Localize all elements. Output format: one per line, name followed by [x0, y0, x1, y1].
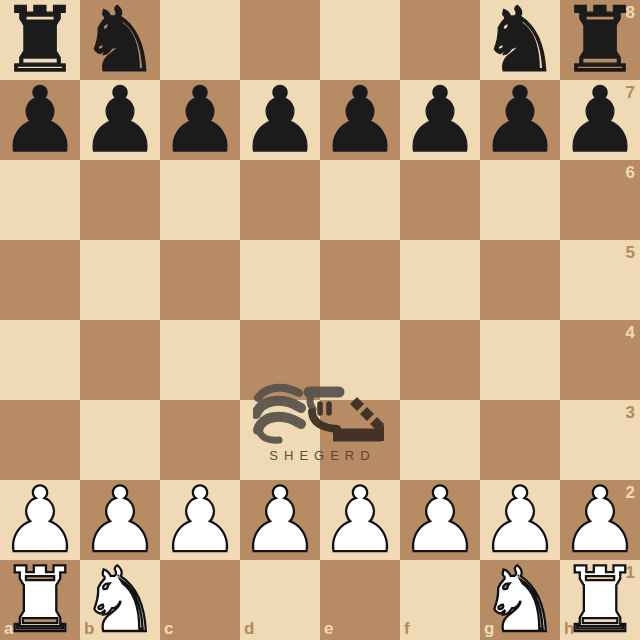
- square-e4[interactable]: [320, 320, 400, 400]
- square-f1[interactable]: f: [400, 560, 480, 640]
- square-d6[interactable]: [240, 160, 320, 240]
- square-f7[interactable]: ♟: [400, 80, 480, 160]
- piece-white-pawn[interactable]: ♟: [160, 480, 241, 560]
- piece-white-rook[interactable]: ♜: [560, 560, 640, 640]
- square-e1[interactable]: e: [320, 560, 400, 640]
- square-g4[interactable]: [480, 320, 560, 400]
- square-c5[interactable]: [160, 240, 240, 320]
- square-d7[interactable]: ♟: [240, 80, 320, 160]
- square-a1[interactable]: ♜a: [0, 560, 80, 640]
- square-e6[interactable]: [320, 160, 400, 240]
- square-b4[interactable]: [80, 320, 160, 400]
- file-label-e: e: [324, 620, 333, 637]
- square-d2[interactable]: ♟: [240, 480, 320, 560]
- chess-app: ♜♞♞♜8♟♟♟♟♟♟♟♟76543♟♟♟♟♟♟♟♟2♜a♞bcdef♞g♜1h…: [0, 0, 640, 640]
- square-c6[interactable]: [160, 160, 240, 240]
- square-a4[interactable]: [0, 320, 80, 400]
- file-label-c: c: [164, 620, 173, 637]
- piece-white-rook[interactable]: ♜: [0, 560, 80, 640]
- square-g7[interactable]: ♟: [480, 80, 560, 160]
- rank-label-3: 3: [626, 404, 635, 421]
- square-h5[interactable]: 5: [560, 240, 640, 320]
- piece-black-pawn[interactable]: ♟: [80, 80, 161, 160]
- square-e7[interactable]: ♟: [320, 80, 400, 160]
- square-c2[interactable]: ♟: [160, 480, 240, 560]
- square-f4[interactable]: [400, 320, 480, 400]
- square-b1[interactable]: ♞b: [80, 560, 160, 640]
- piece-white-knight[interactable]: ♞: [80, 560, 161, 640]
- square-g5[interactable]: [480, 240, 560, 320]
- square-a7[interactable]: ♟: [0, 80, 80, 160]
- piece-black-pawn[interactable]: ♟: [480, 80, 561, 160]
- square-h4[interactable]: 4: [560, 320, 640, 400]
- rank-label-5: 5: [626, 244, 635, 261]
- square-h7[interactable]: ♟7: [560, 80, 640, 160]
- piece-black-pawn[interactable]: ♟: [240, 80, 321, 160]
- square-d4[interactable]: [240, 320, 320, 400]
- chess-board: ♜♞♞♜8♟♟♟♟♟♟♟♟76543♟♟♟♟♟♟♟♟2♜a♞bcdef♞g♜1h: [0, 0, 640, 640]
- square-e5[interactable]: [320, 240, 400, 320]
- piece-black-pawn[interactable]: ♟: [0, 80, 80, 160]
- file-label-f: f: [404, 620, 410, 637]
- square-c7[interactable]: ♟: [160, 80, 240, 160]
- piece-white-pawn[interactable]: ♟: [320, 480, 401, 560]
- square-h6[interactable]: 6: [560, 160, 640, 240]
- piece-black-pawn[interactable]: ♟: [320, 80, 401, 160]
- piece-black-pawn[interactable]: ♟: [160, 80, 241, 160]
- square-f2[interactable]: ♟: [400, 480, 480, 560]
- piece-white-knight[interactable]: ♞: [480, 560, 561, 640]
- square-a6[interactable]: [0, 160, 80, 240]
- square-c4[interactable]: [160, 320, 240, 400]
- file-label-d: d: [244, 620, 254, 637]
- square-d1[interactable]: d: [240, 560, 320, 640]
- square-f6[interactable]: [400, 160, 480, 240]
- square-e2[interactable]: ♟: [320, 480, 400, 560]
- piece-white-pawn[interactable]: ♟: [240, 480, 321, 560]
- piece-white-pawn[interactable]: ♟: [400, 480, 481, 560]
- square-h1[interactable]: ♜1h: [560, 560, 640, 640]
- square-c1[interactable]: c: [160, 560, 240, 640]
- square-b5[interactable]: [80, 240, 160, 320]
- square-d5[interactable]: [240, 240, 320, 320]
- square-g6[interactable]: [480, 160, 560, 240]
- square-f5[interactable]: [400, 240, 480, 320]
- piece-black-pawn[interactable]: ♟: [400, 80, 481, 160]
- rank-label-4: 4: [626, 324, 635, 341]
- square-g1[interactable]: ♞g: [480, 560, 560, 640]
- square-b6[interactable]: [80, 160, 160, 240]
- square-a5[interactable]: [0, 240, 80, 320]
- piece-black-pawn[interactable]: ♟: [560, 80, 640, 160]
- square-b7[interactable]: ♟: [80, 80, 160, 160]
